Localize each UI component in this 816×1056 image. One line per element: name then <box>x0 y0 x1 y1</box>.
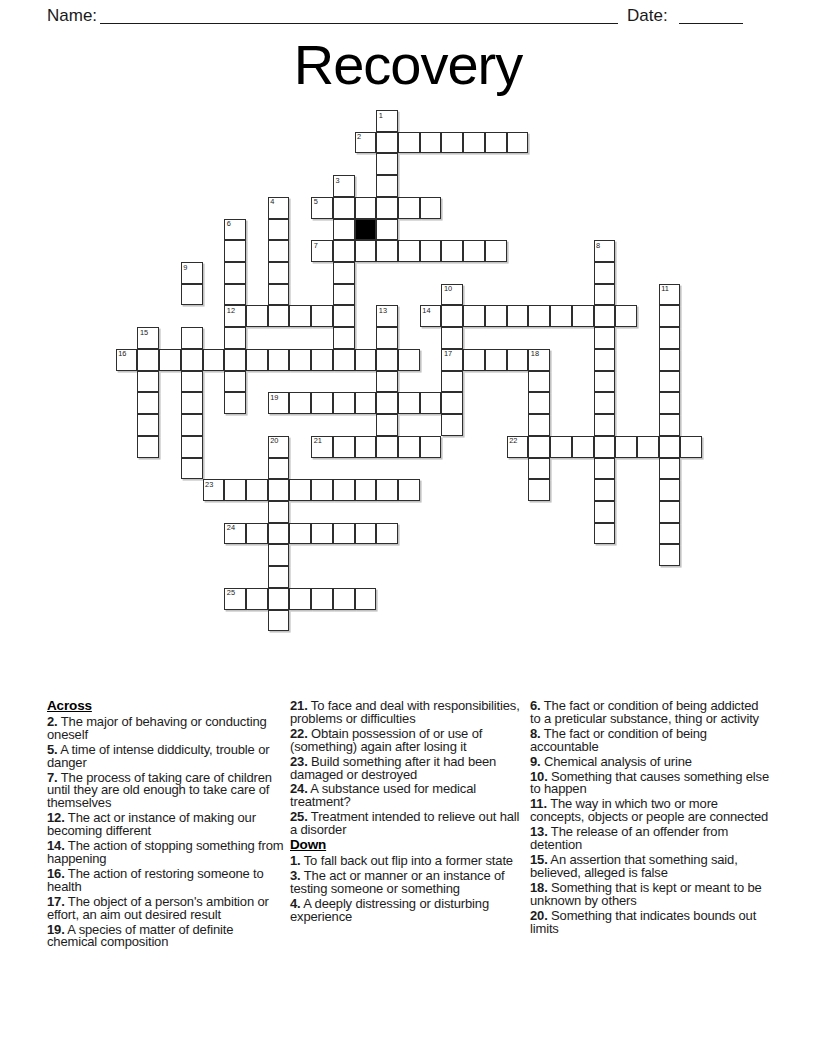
grid-cell-r11c10[interactable] <box>333 349 355 371</box>
cell-number-4: 4 <box>270 198 274 206</box>
across-clues-list: 2. The major of behaving or conducting o… <box>47 716 285 949</box>
grid-cell-r13c14[interactable] <box>420 392 442 414</box>
grid-cell-r19c5[interactable]: 24 <box>224 523 246 545</box>
down-clue-number-13: 13. <box>530 824 548 839</box>
grid-cell-r4c11[interactable] <box>355 197 377 219</box>
grid-cell-r17c19[interactable] <box>528 479 550 501</box>
grid-cell-r23c7[interactable] <box>268 610 290 632</box>
grid-cell-r22c8[interactable] <box>289 588 311 610</box>
cell-number-2: 2 <box>357 133 361 141</box>
grid-cell-r10c10[interactable] <box>333 327 355 349</box>
cell-number-3: 3 <box>335 177 339 185</box>
grid-cell-r5c12[interactable] <box>376 219 398 241</box>
grid-cell-r17c4[interactable]: 23 <box>203 479 225 501</box>
grid-cell-r11c22[interactable] <box>594 349 616 371</box>
date-label: Date: <box>627 6 668 26</box>
across-clue-22: 22. Obtain possession of or use of (some… <box>290 728 528 754</box>
grid-cell-r19c8[interactable] <box>289 523 311 545</box>
down-clue-13: 13. The release of an offender from dete… <box>530 826 772 852</box>
cell-number-19: 19 <box>270 394 278 402</box>
grid-cell-r0c12[interactable]: 1 <box>376 110 398 132</box>
cell-number-1: 1 <box>379 112 383 120</box>
down-clues-list: 1. To fall back out flip into a former s… <box>290 855 528 924</box>
grid-cell-r15c19[interactable] <box>528 436 550 458</box>
down-clue-number-9: 9. <box>530 754 541 769</box>
grid-cell-r7c22[interactable] <box>594 262 616 284</box>
grid-cell-r1c11[interactable]: 2 <box>355 132 377 154</box>
down-clue-9: 9. Chemical analysis of urine <box>530 756 772 769</box>
cell-number-14: 14 <box>422 307 430 315</box>
grid-cell-r6c11[interactable] <box>355 240 377 262</box>
black-cell <box>355 219 377 241</box>
across-clue-number-2: 2. <box>47 714 58 729</box>
grid-cell-r14c12[interactable] <box>376 414 398 436</box>
down-clues-list-2: 6. The fact or condition of being addict… <box>530 700 772 935</box>
down-clue-3: 3. The act or manner or an instance of t… <box>290 870 528 896</box>
grid-cell-r11c19[interactable]: 18 <box>528 349 550 371</box>
grid-cell-r22c11[interactable] <box>355 588 377 610</box>
grid-cell-r15c3[interactable] <box>181 436 203 458</box>
down-clue-20: 20. Something that indicates bounds out … <box>530 910 772 936</box>
grid-cell-r9c15[interactable] <box>441 305 463 327</box>
grid-cell-r14c22[interactable] <box>594 414 616 436</box>
cell-number-11: 11 <box>661 285 669 293</box>
across-clue-21: 21. To face and deal with responsibiliti… <box>290 700 528 726</box>
grid-cell-r3c12[interactable] <box>376 175 398 197</box>
grid-cell-r16c3[interactable] <box>181 458 203 480</box>
grid-cell-r20c25[interactable] <box>659 544 681 566</box>
grid-cell-r7c3[interactable]: 9 <box>181 262 203 284</box>
across-clue-12: 12. The act or instance of making our be… <box>47 812 285 838</box>
grid-cell-r15c18[interactable]: 22 <box>507 436 529 458</box>
down-clue-8: 8. The fact or condition of being accoun… <box>530 728 772 754</box>
puzzle-title: Recovery <box>0 32 816 97</box>
across-clue-2: 2. The major of behaving or conducting o… <box>47 716 285 742</box>
grid-cell-r12c19[interactable] <box>528 371 550 393</box>
grid-cell-r7c7[interactable] <box>268 262 290 284</box>
grid-cell-r17c9[interactable] <box>311 479 333 501</box>
across-clue-number-7: 7. <box>47 770 58 785</box>
grid-cell-r16c22[interactable] <box>594 458 616 480</box>
grid-cell-r11c9[interactable] <box>311 349 333 371</box>
down-clue-4: 4. A deeply distressing or disturbing ex… <box>290 898 528 924</box>
clues-column-2: 21. To face and deal with responsibiliti… <box>290 700 528 926</box>
across-clue-number-16: 16. <box>47 866 65 881</box>
grid-cell-r13c13[interactable] <box>398 392 420 414</box>
across-clue-number-14: 14. <box>47 838 65 853</box>
grid-cell-r1c16[interactable] <box>463 132 485 154</box>
cell-number-7: 7 <box>314 242 318 250</box>
across-clue-number-12: 12. <box>47 810 65 825</box>
grid-cell-r22c10[interactable] <box>333 588 355 610</box>
grid-cell-r14c1[interactable] <box>137 414 159 436</box>
grid-cell-r15c23[interactable] <box>615 436 637 458</box>
grid-cell-r9c23[interactable] <box>615 305 637 327</box>
grid-cell-r4c14[interactable] <box>420 197 442 219</box>
grid-cell-r13c10[interactable] <box>333 392 355 414</box>
down-clue-number-11: 11. <box>530 796 547 811</box>
grid-cell-r13c12[interactable] <box>376 392 398 414</box>
cell-number-25: 25 <box>227 589 235 597</box>
grid-cell-r6c17[interactable] <box>485 240 507 262</box>
grid-cell-r8c22[interactable] <box>594 284 616 306</box>
grid-cell-r9c17[interactable] <box>485 305 507 327</box>
grid-cell-r9c5[interactable]: 12 <box>224 305 246 327</box>
grid-cell-r17c7[interactable] <box>268 479 290 501</box>
cell-number-10: 10 <box>444 285 452 293</box>
grid-cell-r6c7[interactable] <box>268 240 290 262</box>
grid-cell-r19c6[interactable] <box>246 523 268 545</box>
grid-cell-r12c5[interactable] <box>224 371 246 393</box>
grid-cell-r9c20[interactable] <box>550 305 572 327</box>
down-clue-number-1: 1. <box>290 853 301 868</box>
grid-cell-r9c9[interactable] <box>311 305 333 327</box>
grid-cell-r10c25[interactable] <box>659 327 681 349</box>
date-blank-line <box>679 23 743 24</box>
grid-cell-r13c9[interactable] <box>311 392 333 414</box>
name-blank-line <box>100 23 618 24</box>
grid-cell-r5c7[interactable] <box>268 219 290 241</box>
grid-cell-r16c25[interactable] <box>659 458 681 480</box>
grid-cell-r4c9[interactable]: 5 <box>311 197 333 219</box>
grid-cell-r4c10[interactable] <box>333 197 355 219</box>
cell-number-22: 22 <box>509 437 517 445</box>
grid-cell-r13c8[interactable] <box>289 392 311 414</box>
grid-cell-r18c7[interactable] <box>268 501 290 523</box>
grid-cell-r6c10[interactable] <box>333 240 355 262</box>
cell-number-6: 6 <box>227 220 231 228</box>
grid-cell-r14c25[interactable] <box>659 414 681 436</box>
grid-cell-r10c3[interactable] <box>181 327 203 349</box>
grid-cell-r19c9[interactable] <box>311 523 333 545</box>
grid-cell-r14c15[interactable] <box>441 414 463 436</box>
grid-cell-r11c4[interactable] <box>203 349 225 371</box>
grid-cell-r17c25[interactable] <box>659 479 681 501</box>
grid-cell-r13c11[interactable] <box>355 392 377 414</box>
grid-cell-r17c12[interactable] <box>376 479 398 501</box>
grid-cell-r9c10[interactable] <box>333 305 355 327</box>
grid-cell-r7c5[interactable] <box>224 262 246 284</box>
grid-cell-r15c13[interactable] <box>398 436 420 458</box>
grid-cell-r8c5[interactable] <box>224 284 246 306</box>
grid-cell-r15c14[interactable] <box>420 436 442 458</box>
grid-cell-r15c25[interactable] <box>659 436 681 458</box>
across-clue-number-22: 22. <box>290 726 308 741</box>
across-clue-number-25: 25. <box>290 809 308 824</box>
across-clue-19: 19. A species of matter of definite chem… <box>47 924 285 950</box>
down-clue-number-4: 4. <box>290 896 301 911</box>
clues-column-1: Across 2. The major of behaving or condu… <box>47 700 285 951</box>
grid-cell-r9c6[interactable] <box>246 305 268 327</box>
across-clue-number-24: 24. <box>290 781 308 796</box>
crossword-grid: 1234567891011121314151617181920212223242… <box>116 110 703 632</box>
grid-cell-r9c18[interactable] <box>507 305 529 327</box>
grid-cell-r13c7[interactable]: 19 <box>268 392 290 414</box>
grid-cell-r12c25[interactable] <box>659 371 681 393</box>
grid-cell-r10c22[interactable] <box>594 327 616 349</box>
down-clue-number-20: 20. <box>530 908 548 923</box>
down-clue-10: 10. Something that causes something else… <box>530 771 772 797</box>
grid-cell-r9c25[interactable] <box>659 305 681 327</box>
down-clue-number-10: 10. <box>530 769 548 784</box>
down-clue-number-8: 8. <box>530 726 541 741</box>
grid-cell-r17c13[interactable] <box>398 479 420 501</box>
grid-cell-r14c19[interactable] <box>528 414 550 436</box>
grid-cell-r11c12[interactable] <box>376 349 398 371</box>
grid-cell-r1c13[interactable] <box>398 132 420 154</box>
grid-cell-r6c12[interactable] <box>376 240 398 262</box>
name-label: Name: <box>47 6 97 26</box>
grid-cell-r5c5[interactable]: 6 <box>224 219 246 241</box>
grid-cell-r9c19[interactable] <box>528 305 550 327</box>
across-clue-7: 7. The process of taking care of childre… <box>47 772 285 811</box>
grid-cell-r3c10[interactable]: 3 <box>333 175 355 197</box>
across-clues-list-2: 21. To face and deal with responsibiliti… <box>290 700 528 837</box>
down-header: Down <box>290 839 528 852</box>
grid-cell-r17c5[interactable] <box>224 479 246 501</box>
grid-cell-r8c7[interactable] <box>268 284 290 306</box>
cell-number-9: 9 <box>183 264 187 272</box>
grid-cell-r4c13[interactable] <box>398 197 420 219</box>
cell-number-15: 15 <box>140 329 148 337</box>
grid-cell-r15c24[interactable] <box>637 436 659 458</box>
grid-cell-r12c1[interactable] <box>137 371 159 393</box>
grid-cell-r8c10[interactable] <box>333 284 355 306</box>
grid-cell-r9c16[interactable] <box>463 305 485 327</box>
grid-cell-r13c1[interactable] <box>137 392 159 414</box>
across-clue-16: 16. The action of restoring someone to h… <box>47 868 285 894</box>
across-clue-number-23: 23. <box>290 754 308 769</box>
across-clue-number-17: 17. <box>47 894 65 909</box>
grid-cell-r8c15[interactable]: 10 <box>441 284 463 306</box>
grid-cell-r11c0[interactable]: 16 <box>116 349 138 371</box>
grid-cell-r11c1[interactable] <box>137 349 159 371</box>
grid-cell-r17c6[interactable] <box>246 479 268 501</box>
grid-cell-r12c15[interactable] <box>441 371 463 393</box>
grid-cell-r21c7[interactable] <box>268 566 290 588</box>
down-clue-number-6: 6. <box>530 698 541 713</box>
across-clue-5: 5. A time of intense diddiculty, trouble… <box>47 744 285 770</box>
grid-cell-r7c10[interactable] <box>333 262 355 284</box>
grid-cell-r19c7[interactable] <box>268 523 290 545</box>
grid-cell-r13c25[interactable] <box>659 392 681 414</box>
grid-cell-r2c12[interactable] <box>376 153 398 175</box>
grid-cell-r9c22[interactable] <box>594 305 616 327</box>
cell-number-8: 8 <box>596 242 600 250</box>
grid-cell-r9c21[interactable] <box>572 305 594 327</box>
grid-cell-r17c10[interactable] <box>333 479 355 501</box>
grid-cell-r15c21[interactable] <box>572 436 594 458</box>
across-clue-number-5: 5. <box>47 742 58 757</box>
grid-cell-r13c5[interactable] <box>224 392 246 414</box>
cell-number-18: 18 <box>531 350 539 358</box>
grid-cell-r4c12[interactable] <box>376 197 398 219</box>
grid-cell-r11c6[interactable] <box>246 349 268 371</box>
cell-number-13: 13 <box>379 307 387 315</box>
grid-cell-r6c14[interactable] <box>420 240 442 262</box>
grid-cell-r1c15[interactable] <box>441 132 463 154</box>
grid-cell-r15c22[interactable] <box>594 436 616 458</box>
cell-number-17: 17 <box>444 350 452 358</box>
down-clue-18: 18. Something that is kept or meant to b… <box>530 882 772 908</box>
grid-cell-r20c7[interactable] <box>268 544 290 566</box>
grid-cell-r19c25[interactable] <box>659 523 681 545</box>
grid-cell-r15c9[interactable]: 21 <box>311 436 333 458</box>
grid-cell-r15c26[interactable] <box>680 436 702 458</box>
grid-cell-r6c13[interactable] <box>398 240 420 262</box>
grid-cell-r5c10[interactable] <box>333 219 355 241</box>
grid-cell-r6c9[interactable]: 7 <box>311 240 333 262</box>
grid-cell-r8c25[interactable]: 11 <box>659 284 681 306</box>
grid-cell-r11c11[interactable] <box>355 349 377 371</box>
grid-cell-r9c12[interactable]: 13 <box>376 305 398 327</box>
grid-cell-r16c7[interactable] <box>268 458 290 480</box>
grid-cell-r6c15[interactable] <box>441 240 463 262</box>
grid-cell-r11c18[interactable] <box>507 349 529 371</box>
grid-cell-r6c16[interactable] <box>463 240 485 262</box>
grid-cell-r8c3[interactable] <box>181 284 203 306</box>
grid-cell-r17c11[interactable] <box>355 479 377 501</box>
grid-cell-r1c17[interactable] <box>485 132 507 154</box>
grid-cell-r16c19[interactable] <box>528 458 550 480</box>
grid-cell-r11c5[interactable] <box>224 349 246 371</box>
across-clue-14: 14. The action of stopping something fro… <box>47 840 285 866</box>
grid-cell-r12c12[interactable] <box>376 371 398 393</box>
grid-cell-r12c22[interactable] <box>594 371 616 393</box>
grid-cell-r11c2[interactable] <box>159 349 181 371</box>
across-clue-number-21: 21. <box>290 698 308 713</box>
grid-cell-r1c12[interactable] <box>376 132 398 154</box>
grid-cell-r10c1[interactable]: 15 <box>137 327 159 349</box>
cell-number-21: 21 <box>314 437 322 445</box>
grid-cell-r15c20[interactable] <box>550 436 572 458</box>
cell-number-12: 12 <box>227 307 235 315</box>
grid-cell-r17c8[interactable] <box>289 479 311 501</box>
grid-cell-r11c15[interactable]: 17 <box>441 349 463 371</box>
grid-cell-r22c5[interactable]: 25 <box>224 588 246 610</box>
grid-cell-r15c1[interactable] <box>137 436 159 458</box>
cell-number-23: 23 <box>205 481 213 489</box>
grid-cell-r22c9[interactable] <box>311 588 333 610</box>
clues-column-3: 6. The fact or condition of being addict… <box>530 700 772 937</box>
grid-cell-r9c8[interactable] <box>289 305 311 327</box>
grid-cell-r10c12[interactable] <box>376 327 398 349</box>
across-clue-17: 17. The object of a person's ambition or… <box>47 896 285 922</box>
cell-number-5: 5 <box>314 198 318 206</box>
grid-cell-r6c5[interactable] <box>224 240 246 262</box>
across-clue-23: 23. Build something after it had been da… <box>290 756 528 782</box>
cell-number-20: 20 <box>270 437 278 445</box>
grid-cell-r13c15[interactable] <box>441 392 463 414</box>
across-clue-25: 25. Treatment intended to relieve out ha… <box>290 811 528 837</box>
grid-cell-r6c22[interactable]: 8 <box>594 240 616 262</box>
down-clue-number-3: 3. <box>290 868 301 883</box>
grid-cell-r17c22[interactable] <box>594 479 616 501</box>
grid-cell-r11c3[interactable] <box>181 349 203 371</box>
grid-cell-r19c12[interactable] <box>376 523 398 545</box>
grid-cell-r11c7[interactable] <box>268 349 290 371</box>
grid-cell-r22c7[interactable] <box>268 588 290 610</box>
across-clue-number-19: 19. <box>47 922 65 937</box>
down-clue-1: 1. To fall back out flip into a former s… <box>290 855 528 868</box>
grid-cell-r1c14[interactable] <box>420 132 442 154</box>
down-clue-number-18: 18. <box>530 880 548 895</box>
grid-cell-r13c19[interactable] <box>528 392 550 414</box>
grid-cell-r10c5[interactable] <box>224 327 246 349</box>
grid-cell-r9c7[interactable] <box>268 305 290 327</box>
grid-cell-r22c6[interactable] <box>246 588 268 610</box>
grid-cell-r19c22[interactable] <box>594 523 616 545</box>
grid-cell-r18c25[interactable] <box>659 501 681 523</box>
grid-cell-r18c22[interactable] <box>594 501 616 523</box>
grid-cell-r11c8[interactable] <box>289 349 311 371</box>
across-clue-24: 24. A substance used for medical treatme… <box>290 783 528 809</box>
grid-cell-r11c16[interactable] <box>463 349 485 371</box>
grid-cell-r14c3[interactable] <box>181 414 203 436</box>
down-clue-15: 15. An assertion that something said, be… <box>530 854 772 880</box>
grid-cell-r15c7[interactable]: 20 <box>268 436 290 458</box>
grid-cell-r11c17[interactable] <box>485 349 507 371</box>
grid-cell-r13c22[interactable] <box>594 392 616 414</box>
grid-cell-r13c3[interactable] <box>181 392 203 414</box>
grid-cell-r10c15[interactable] <box>441 327 463 349</box>
down-clue-11: 11. The way in which two or more concept… <box>530 798 772 824</box>
down-clue-6: 6. The fact or condition of being addict… <box>530 700 772 726</box>
grid-cell-r15c11[interactable] <box>355 436 377 458</box>
grid-cell-r11c25[interactable] <box>659 349 681 371</box>
grid-cell-r4c7[interactable]: 4 <box>268 197 290 219</box>
grid-cell-r15c12[interactable] <box>376 436 398 458</box>
grid-cell-r9c14[interactable]: 14 <box>420 305 442 327</box>
grid-cell-r12c3[interactable] <box>181 371 203 393</box>
down-clue-number-15: 15. <box>530 852 548 867</box>
grid-cell-r1c18[interactable] <box>507 132 529 154</box>
cell-number-16: 16 <box>118 350 126 358</box>
cell-number-24: 24 <box>227 524 235 532</box>
across-header: Across <box>47 700 285 713</box>
grid-cell-r19c10[interactable] <box>333 523 355 545</box>
grid-cell-r15c10[interactable] <box>333 436 355 458</box>
grid-cell-r11c13[interactable] <box>398 349 420 371</box>
grid-cell-r19c11[interactable] <box>355 523 377 545</box>
